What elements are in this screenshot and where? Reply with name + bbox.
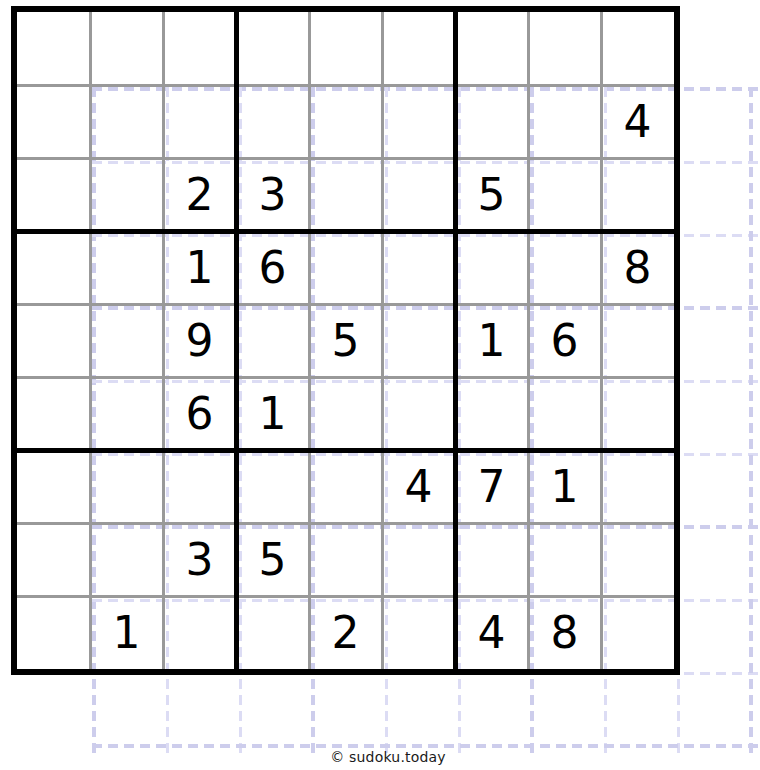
cell-r9c3[interactable] xyxy=(163,596,236,669)
cell-r7c6[interactable]: 4 xyxy=(382,450,455,523)
cell-r6c7[interactable] xyxy=(455,377,528,450)
cell-r6c5[interactable] xyxy=(309,377,382,450)
cell-r2c4[interactable] xyxy=(236,85,309,158)
cell-r6c1[interactable] xyxy=(17,377,90,450)
cell-r4c9[interactable]: 8 xyxy=(601,231,674,304)
cell-r8c1[interactable] xyxy=(17,523,90,596)
cell-r8c8[interactable] xyxy=(528,523,601,596)
cell-r2c9[interactable]: 4 xyxy=(601,85,674,158)
cell-r6c3[interactable]: 6 xyxy=(163,377,236,450)
cells-grid: 4235168951661471351248 xyxy=(17,12,674,669)
cell-r3c2[interactable] xyxy=(90,158,163,231)
cell-r7c5[interactable] xyxy=(309,450,382,523)
cell-r2c5[interactable] xyxy=(309,85,382,158)
cell-r6c8[interactable] xyxy=(528,377,601,450)
cell-r8c5[interactable] xyxy=(309,523,382,596)
cell-r3c5[interactable] xyxy=(309,158,382,231)
cell-r6c2[interactable] xyxy=(90,377,163,450)
cell-r3c9[interactable] xyxy=(601,158,674,231)
cell-r5c6[interactable] xyxy=(382,304,455,377)
cell-r5c7[interactable]: 1 xyxy=(455,304,528,377)
cell-r9c9[interactable] xyxy=(601,596,674,669)
cell-r9c5[interactable]: 2 xyxy=(309,596,382,669)
cell-r3c3[interactable]: 2 xyxy=(163,158,236,231)
cell-r2c6[interactable] xyxy=(382,85,455,158)
cell-r4c6[interactable] xyxy=(382,231,455,304)
cell-r7c4[interactable] xyxy=(236,450,309,523)
sudoku-board: 4235168951661471351248 xyxy=(0,0,760,770)
cell-r2c2[interactable] xyxy=(90,85,163,158)
cell-r6c4[interactable]: 1 xyxy=(236,377,309,450)
cell-r3c4[interactable]: 3 xyxy=(236,158,309,231)
cell-r8c4[interactable]: 5 xyxy=(236,523,309,596)
cell-r2c8[interactable] xyxy=(528,85,601,158)
cell-r7c9[interactable] xyxy=(601,450,674,523)
sudoku-page: 4235168951661471351248 © sudoku.today xyxy=(0,0,760,770)
cell-r5c9[interactable] xyxy=(601,304,674,377)
cell-r4c3[interactable]: 1 xyxy=(163,231,236,304)
cell-r1c1[interactable] xyxy=(17,12,90,85)
cell-r8c3[interactable]: 3 xyxy=(163,523,236,596)
cell-r5c1[interactable] xyxy=(17,304,90,377)
cell-r9c2[interactable]: 1 xyxy=(90,596,163,669)
cell-r2c3[interactable] xyxy=(163,85,236,158)
cell-r4c7[interactable] xyxy=(455,231,528,304)
cell-r9c7[interactable]: 4 xyxy=(455,596,528,669)
cell-r7c1[interactable] xyxy=(17,450,90,523)
cell-r4c2[interactable] xyxy=(90,231,163,304)
cell-r3c6[interactable] xyxy=(382,158,455,231)
cell-r7c2[interactable] xyxy=(90,450,163,523)
cell-r5c4[interactable] xyxy=(236,304,309,377)
cell-r3c1[interactable] xyxy=(17,158,90,231)
cell-r6c6[interactable] xyxy=(382,377,455,450)
cell-r8c7[interactable] xyxy=(455,523,528,596)
cell-r1c5[interactable] xyxy=(309,12,382,85)
cell-r9c1[interactable] xyxy=(17,596,90,669)
cell-r1c2[interactable] xyxy=(90,12,163,85)
cell-r8c2[interactable] xyxy=(90,523,163,596)
cell-r1c4[interactable] xyxy=(236,12,309,85)
cell-r4c5[interactable] xyxy=(309,231,382,304)
cell-r4c1[interactable] xyxy=(17,231,90,304)
cell-r3c8[interactable] xyxy=(528,158,601,231)
cell-r6c9[interactable] xyxy=(601,377,674,450)
cell-r5c2[interactable] xyxy=(90,304,163,377)
cell-r5c3[interactable]: 9 xyxy=(163,304,236,377)
cell-r9c6[interactable] xyxy=(382,596,455,669)
cell-r1c6[interactable] xyxy=(382,12,455,85)
cell-r1c3[interactable] xyxy=(163,12,236,85)
cell-r9c4[interactable] xyxy=(236,596,309,669)
cell-r7c8[interactable]: 1 xyxy=(528,450,601,523)
cell-r7c3[interactable] xyxy=(163,450,236,523)
cell-r1c9[interactable] xyxy=(601,12,674,85)
cell-r4c8[interactable] xyxy=(528,231,601,304)
cell-r5c8[interactable]: 6 xyxy=(528,304,601,377)
cell-r2c1[interactable] xyxy=(17,85,90,158)
cell-r9c8[interactable]: 8 xyxy=(528,596,601,669)
cell-r4c4[interactable]: 6 xyxy=(236,231,309,304)
cell-r8c9[interactable] xyxy=(601,523,674,596)
cell-r3c7[interactable]: 5 xyxy=(455,158,528,231)
cell-r7c7[interactable]: 7 xyxy=(455,450,528,523)
cell-r1c7[interactable] xyxy=(455,12,528,85)
cell-r5c5[interactable]: 5 xyxy=(309,304,382,377)
cell-r2c7[interactable] xyxy=(455,85,528,158)
footer-credit: © sudoku.today xyxy=(8,749,760,765)
cell-r1c8[interactable] xyxy=(528,12,601,85)
cell-r8c6[interactable] xyxy=(382,523,455,596)
